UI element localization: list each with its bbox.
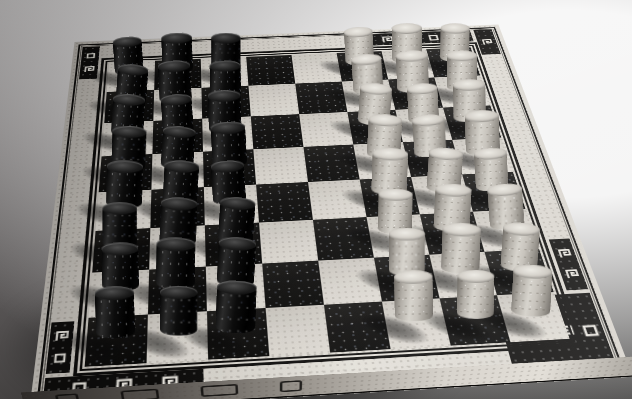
piece-top xyxy=(217,279,257,294)
greek-key-icon xyxy=(55,393,80,399)
piece-top xyxy=(389,227,425,240)
piece-top xyxy=(394,269,433,283)
greek-key-icon xyxy=(200,383,238,396)
piece-top xyxy=(102,202,137,214)
piece-top xyxy=(378,188,413,201)
piece-top xyxy=(442,222,481,237)
piece-top xyxy=(372,147,408,161)
piece-top xyxy=(156,237,195,252)
greek-key-icon xyxy=(120,388,159,399)
piece-top xyxy=(107,160,144,173)
black-cylinder-piece xyxy=(156,237,196,290)
black-cylinder-piece xyxy=(160,285,198,335)
game-board xyxy=(29,24,632,399)
white-cylinder-piece xyxy=(441,222,481,274)
piece-top xyxy=(101,242,138,256)
perspective-scene xyxy=(0,0,632,399)
black-cylinder-piece xyxy=(94,285,135,338)
black-cylinder-piece xyxy=(106,160,143,209)
piece-top xyxy=(160,196,197,210)
greek-key-icon xyxy=(280,380,302,392)
scene-background xyxy=(0,0,632,399)
white-cylinder-piece xyxy=(389,227,425,275)
piece-top xyxy=(160,285,198,298)
black-cylinder-piece xyxy=(215,279,257,333)
piece-top xyxy=(457,269,494,283)
white-cylinder-piece xyxy=(511,263,553,317)
black-cylinder-piece xyxy=(102,202,137,248)
black-cylinder-piece xyxy=(101,242,139,292)
white-cylinder-piece xyxy=(394,269,434,321)
white-cylinder-piece xyxy=(457,269,495,319)
